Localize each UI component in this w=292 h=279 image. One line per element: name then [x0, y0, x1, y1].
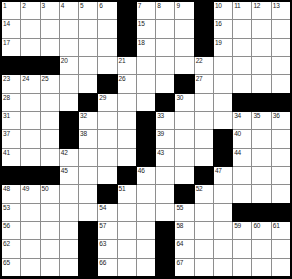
block-square-r10c3 — [41, 167, 59, 184]
clue-number-50: 50 — [42, 185, 49, 193]
entry-cell-r4c15[interactable] — [272, 57, 290, 74]
entry-cell-r7c6[interactable] — [98, 112, 116, 129]
block-square-r6c5 — [79, 94, 97, 111]
block-square-r6c15 — [272, 94, 290, 111]
entry-cell-r13c7[interactable] — [118, 222, 136, 239]
entry-cell-r8c7[interactable] — [118, 130, 136, 147]
clue-number-2: 2 — [22, 2, 25, 10]
entry-cell-r15c2[interactable] — [21, 259, 39, 276]
block-square-r10c1 — [2, 167, 20, 184]
entry-cell-r13c13[interactable]: 59 — [233, 222, 251, 239]
block-square-r3c7 — [118, 39, 136, 56]
block-square-r4c2 — [21, 57, 39, 74]
entry-cell-r5c1[interactable]: 23 — [2, 75, 20, 92]
entry-cell-r8c10[interactable] — [175, 130, 193, 147]
entry-cell-r12c2[interactable] — [21, 204, 39, 221]
entry-cell-r8c14[interactable] — [252, 130, 270, 147]
clue-number-41: 41 — [3, 149, 10, 157]
entry-cell-r11c15[interactable] — [272, 185, 290, 202]
entry-cell-r15c10[interactable]: 67 — [175, 259, 193, 276]
entry-cell-r12c5[interactable] — [79, 204, 97, 221]
block-square-r11c10 — [175, 185, 193, 202]
entry-cell-r2c10[interactable] — [175, 20, 193, 37]
clue-number-55: 55 — [176, 204, 183, 212]
entry-cell-r5c9[interactable] — [156, 75, 174, 92]
entry-cell-r15c7[interactable] — [118, 259, 136, 276]
entry-cell-r13c6[interactable]: 57 — [98, 222, 116, 239]
clue-number-58: 58 — [176, 222, 183, 230]
entry-cell-r9c3[interactable] — [41, 149, 59, 166]
clue-number-21: 21 — [119, 57, 126, 65]
entry-cell-r2c13[interactable] — [233, 20, 251, 37]
entry-cell-r12c3[interactable] — [41, 204, 59, 221]
entry-cell-r13c8[interactable] — [137, 222, 155, 239]
clue-number-49: 49 — [22, 185, 29, 193]
clue-number-47: 47 — [215, 167, 222, 175]
clue-number-6: 6 — [99, 2, 102, 10]
entry-cell-r14c11[interactable] — [195, 240, 213, 257]
clue-number-36: 36 — [273, 112, 280, 120]
entry-cell-r9c10[interactable] — [175, 149, 193, 166]
entry-cell-r3c2[interactable] — [21, 39, 39, 56]
entry-cell-r4c12[interactable] — [214, 57, 232, 74]
block-square-r8c4 — [60, 130, 78, 147]
clue-number-52: 52 — [196, 185, 203, 193]
block-square-r14c5 — [79, 240, 97, 257]
clue-number-61: 61 — [273, 222, 280, 230]
clue-number-28: 28 — [3, 94, 10, 102]
entry-cell-r14c2[interactable] — [21, 240, 39, 257]
entry-cell-r12c7[interactable] — [118, 204, 136, 221]
clue-number-62: 62 — [3, 240, 10, 248]
entry-cell-r1c6[interactable]: 6 — [98, 2, 116, 19]
entry-cell-r4c10[interactable] — [175, 57, 193, 74]
entry-cell-r1c3[interactable]: 3 — [41, 2, 59, 19]
block-square-r8c12 — [214, 130, 232, 147]
entry-cell-r4c6[interactable] — [98, 57, 116, 74]
entry-cell-r3c14[interactable] — [252, 39, 270, 56]
clue-number-54: 54 — [99, 204, 106, 212]
entry-cell-r11c11[interactable]: 52 — [195, 185, 213, 202]
entry-cell-r3c3[interactable] — [41, 39, 59, 56]
entry-cell-r9c7[interactable] — [118, 149, 136, 166]
clue-number-25: 25 — [42, 75, 49, 83]
entry-cell-r3c5[interactable] — [79, 39, 97, 56]
entry-cell-r14c6[interactable]: 63 — [98, 240, 116, 257]
entry-cell-r14c10[interactable]: 64 — [175, 240, 193, 257]
clue-number-17: 17 — [3, 39, 10, 47]
entry-cell-r2c6[interactable] — [98, 20, 116, 37]
entry-cell-r8c5[interactable]: 38 — [79, 130, 97, 147]
entry-cell-r1c1[interactable]: 1 — [2, 2, 20, 19]
entry-cell-r12c4[interactable] — [60, 204, 78, 221]
entry-cell-r5c11[interactable]: 27 — [195, 75, 213, 92]
entry-cell-r13c1[interactable]: 56 — [2, 222, 20, 239]
clue-number-7: 7 — [138, 2, 141, 10]
block-square-r11c6 — [98, 185, 116, 202]
clue-number-8: 8 — [157, 2, 160, 10]
clue-number-63: 63 — [99, 240, 106, 248]
clue-number-30: 30 — [176, 94, 183, 102]
entry-cell-r8c11[interactable] — [195, 130, 213, 147]
entry-cell-r11c14[interactable] — [252, 185, 270, 202]
entry-cell-r7c15[interactable]: 36 — [272, 112, 290, 129]
entry-cell-r1c14[interactable]: 12 — [252, 2, 270, 19]
block-square-r6c14 — [252, 94, 270, 111]
block-square-r5c10 — [175, 75, 193, 92]
clue-number-18: 18 — [138, 39, 145, 47]
entry-cell-r13c12[interactable] — [214, 222, 232, 239]
clue-number-67: 67 — [176, 259, 183, 267]
entry-cell-r9c13[interactable]: 44 — [233, 149, 251, 166]
block-square-r7c8 — [137, 112, 155, 129]
clue-number-66: 66 — [99, 259, 106, 267]
entry-cell-r2c9[interactable] — [156, 20, 174, 37]
entry-cell-r13c14[interactable]: 60 — [252, 222, 270, 239]
clue-number-1: 1 — [3, 2, 6, 10]
entry-cell-r1c4[interactable]: 4 — [60, 2, 78, 19]
entry-cell-r7c11[interactable] — [195, 112, 213, 129]
entry-cell-r2c12[interactable]: 16 — [214, 20, 232, 37]
entry-cell-r12c8[interactable] — [137, 204, 155, 221]
entry-cell-r3c4[interactable] — [60, 39, 78, 56]
clue-number-53: 53 — [3, 204, 10, 212]
entry-cell-r5c4[interactable] — [60, 75, 78, 92]
entry-cell-r6c8[interactable] — [137, 94, 155, 111]
entry-cell-r11c13[interactable] — [233, 185, 251, 202]
entry-cell-r9c5[interactable] — [79, 149, 97, 166]
entry-cell-r9c6[interactable] — [98, 149, 116, 166]
clue-number-9: 9 — [176, 2, 179, 10]
entry-cell-r6c7[interactable] — [118, 94, 136, 111]
entry-cell-r13c11[interactable] — [195, 222, 213, 239]
block-square-r15c5 — [79, 259, 97, 276]
entry-cell-r13c10[interactable]: 58 — [175, 222, 193, 239]
clue-number-35: 35 — [253, 112, 260, 120]
entry-cell-r11c7[interactable]: 51 — [118, 185, 136, 202]
entry-cell-r9c11[interactable] — [195, 149, 213, 166]
block-square-r6c9 — [156, 94, 174, 111]
entry-cell-r3c10[interactable] — [175, 39, 193, 56]
entry-cell-r5c5[interactable] — [79, 75, 97, 92]
entry-cell-r15c1[interactable]: 65 — [2, 259, 20, 276]
entry-cell-r15c12[interactable] — [214, 259, 232, 276]
entry-cell-r9c4[interactable]: 42 — [60, 149, 78, 166]
entry-cell-r15c6[interactable]: 66 — [98, 259, 116, 276]
clue-number-26: 26 — [119, 75, 126, 83]
block-square-r13c5 — [79, 222, 97, 239]
block-square-r9c12 — [214, 149, 232, 166]
clue-number-19: 19 — [215, 39, 222, 47]
entry-cell-r12c10[interactable]: 55 — [175, 204, 193, 221]
clue-number-11: 11 — [234, 2, 240, 10]
entry-cell-r7c12[interactable] — [214, 112, 232, 129]
clue-number-57: 57 — [99, 222, 106, 230]
block-square-r10c11 — [195, 167, 213, 184]
entry-cell-r5c13[interactable] — [233, 75, 251, 92]
block-square-r10c2 — [21, 167, 39, 184]
entry-cell-r7c13[interactable]: 34 — [233, 112, 251, 129]
entry-cell-r13c4[interactable] — [60, 222, 78, 239]
entry-cell-r11c5[interactable] — [79, 185, 97, 202]
clue-number-4: 4 — [61, 2, 64, 10]
entry-cell-r2c15[interactable] — [272, 20, 290, 37]
entry-cell-r14c4[interactable] — [60, 240, 78, 257]
clue-number-56: 56 — [3, 222, 10, 230]
entry-cell-r7c3[interactable] — [41, 112, 59, 129]
clue-number-59: 59 — [234, 222, 241, 230]
entry-cell-r5c7[interactable]: 26 — [118, 75, 136, 92]
clue-number-51: 51 — [119, 185, 126, 193]
entry-cell-r8c15[interactable] — [272, 130, 290, 147]
clue-number-46: 46 — [138, 167, 145, 175]
entry-cell-r15c11[interactable] — [195, 259, 213, 276]
entry-cell-r10c14[interactable] — [252, 167, 270, 184]
entry-cell-r3c1[interactable]: 17 — [2, 39, 20, 56]
entry-cell-r14c12[interactable] — [214, 240, 232, 257]
entry-cell-r4c9[interactable] — [156, 57, 174, 74]
entry-cell-r8c1[interactable]: 37 — [2, 130, 20, 147]
block-square-r1c11 — [195, 2, 213, 19]
entry-cell-r14c14[interactable] — [252, 240, 270, 257]
entry-cell-r14c13[interactable] — [233, 240, 251, 257]
entry-cell-r10c15[interactable] — [272, 167, 290, 184]
entry-cell-r12c1[interactable]: 53 — [2, 204, 20, 221]
block-square-r14c9 — [156, 240, 174, 257]
entry-cell-r3c6[interactable] — [98, 39, 116, 56]
entry-cell-r1c8[interactable]: 7 — [137, 2, 155, 19]
entry-cell-r11c2[interactable]: 49 — [21, 185, 39, 202]
entry-cell-r6c10[interactable]: 30 — [175, 94, 193, 111]
entry-cell-r3c15[interactable] — [272, 39, 290, 56]
entry-cell-r4c5[interactable] — [79, 57, 97, 74]
entry-cell-r3c8[interactable]: 18 — [137, 39, 155, 56]
entry-cell-r15c4[interactable] — [60, 259, 78, 276]
block-square-r15c9 — [156, 259, 174, 276]
entry-cell-r13c3[interactable] — [41, 222, 59, 239]
clue-number-29: 29 — [99, 94, 106, 102]
clue-number-3: 3 — [42, 2, 45, 10]
entry-cell-r10c13[interactable] — [233, 167, 251, 184]
clue-number-38: 38 — [80, 130, 87, 138]
entry-cell-r2c14[interactable] — [252, 20, 270, 37]
clue-number-43: 43 — [157, 149, 164, 157]
block-square-r1c7 — [118, 2, 136, 19]
entry-cell-r2c4[interactable] — [60, 20, 78, 37]
entry-cell-r13c15[interactable]: 61 — [272, 222, 290, 239]
entry-cell-r4c7[interactable]: 21 — [118, 57, 136, 74]
entry-cell-r15c15[interactable] — [272, 259, 290, 276]
entry-cell-r3c13[interactable] — [233, 39, 251, 56]
clue-number-5: 5 — [80, 2, 83, 10]
clue-number-33: 33 — [157, 112, 164, 120]
block-square-r12c13 — [233, 204, 251, 221]
entry-cell-r8c13[interactable]: 40 — [233, 130, 251, 147]
entry-cell-r7c14[interactable]: 35 — [252, 112, 270, 129]
entry-cell-r14c15[interactable] — [272, 240, 290, 257]
entry-cell-r12c6[interactable]: 54 — [98, 204, 116, 221]
clue-number-39: 39 — [157, 130, 164, 138]
entry-cell-r10c6[interactable] — [98, 167, 116, 184]
entry-cell-r5c2[interactable]: 24 — [21, 75, 39, 92]
entry-cell-r5c12[interactable] — [214, 75, 232, 92]
crossword-grid: 1234567891011121314151617181920212223242… — [0, 0, 292, 279]
entry-cell-r12c12[interactable] — [214, 204, 232, 221]
entry-cell-r11c8[interactable] — [137, 185, 155, 202]
entry-cell-r11c3[interactable]: 50 — [41, 185, 59, 202]
entry-cell-r8c9[interactable]: 39 — [156, 130, 174, 147]
entry-cell-r5c8[interactable] — [137, 75, 155, 92]
clue-number-15: 15 — [138, 20, 145, 28]
clue-number-64: 64 — [176, 240, 183, 248]
clue-number-40: 40 — [234, 130, 241, 138]
entry-cell-r10c5[interactable] — [79, 167, 97, 184]
clue-number-65: 65 — [3, 259, 10, 267]
entry-cell-r15c14[interactable] — [252, 259, 270, 276]
entry-cell-r14c7[interactable] — [118, 240, 136, 257]
clue-number-14: 14 — [3, 20, 10, 28]
clue-number-27: 27 — [196, 75, 203, 83]
entry-cell-r5c15[interactable] — [272, 75, 290, 92]
entry-cell-r15c13[interactable] — [233, 259, 251, 276]
entry-cell-r8c3[interactable] — [41, 130, 59, 147]
entry-cell-r9c15[interactable] — [272, 149, 290, 166]
entry-cell-r15c3[interactable] — [41, 259, 59, 276]
entry-cell-r6c2[interactable] — [21, 94, 39, 111]
entry-cell-r12c9[interactable] — [156, 204, 174, 221]
entry-cell-r7c7[interactable] — [118, 112, 136, 129]
entry-cell-r2c8[interactable]: 15 — [137, 20, 155, 37]
block-square-r5c6 — [98, 75, 116, 92]
entry-cell-r2c5[interactable] — [79, 20, 97, 37]
entry-cell-r1c13[interactable]: 11 — [233, 2, 251, 19]
entry-cell-r1c9[interactable]: 8 — [156, 2, 174, 19]
entry-cell-r2c2[interactable] — [21, 20, 39, 37]
entry-cell-r5c14[interactable] — [252, 75, 270, 92]
block-square-r4c3 — [41, 57, 59, 74]
block-square-r12c15 — [272, 204, 290, 221]
entry-cell-r11c4[interactable] — [60, 185, 78, 202]
entry-cell-r7c5[interactable]: 32 — [79, 112, 97, 129]
block-square-r6c13 — [233, 94, 251, 111]
entry-cell-r4c4[interactable]: 20 — [60, 57, 78, 74]
clue-number-13: 13 — [273, 2, 280, 10]
entry-cell-r9c14[interactable] — [252, 149, 270, 166]
entry-cell-r4c13[interactable] — [233, 57, 251, 74]
clue-number-16: 16 — [215, 20, 222, 28]
entry-cell-r9c1[interactable]: 41 — [2, 149, 20, 166]
entry-cell-r7c10[interactable] — [175, 112, 193, 129]
clue-number-23: 23 — [3, 75, 10, 83]
block-square-r10c7 — [118, 167, 136, 184]
block-square-r2c11 — [195, 20, 213, 37]
entry-cell-r9c2[interactable] — [21, 149, 39, 166]
entry-cell-r13c2[interactable] — [21, 222, 39, 239]
block-square-r3c11 — [195, 39, 213, 56]
block-square-r13c9 — [156, 222, 174, 239]
entry-cell-r12c11[interactable] — [195, 204, 213, 221]
clue-number-12: 12 — [253, 2, 260, 10]
entry-cell-r4c14[interactable] — [252, 57, 270, 74]
entry-cell-r9c9[interactable]: 43 — [156, 149, 174, 166]
clue-number-44: 44 — [234, 149, 241, 157]
entry-cell-r6c4[interactable] — [60, 94, 78, 111]
entry-cell-r7c1[interactable]: 31 — [2, 112, 20, 129]
entry-cell-r6c11[interactable] — [195, 94, 213, 111]
entry-cell-r10c9[interactable] — [156, 167, 174, 184]
entry-cell-r10c8[interactable]: 46 — [137, 167, 155, 184]
clue-number-42: 42 — [61, 149, 68, 157]
entry-cell-r8c6[interactable] — [98, 130, 116, 147]
clue-number-34: 34 — [234, 112, 241, 120]
clue-number-10: 10 — [215, 2, 222, 10]
entry-cell-r6c3[interactable] — [41, 94, 59, 111]
entry-cell-r1c15[interactable]: 13 — [272, 2, 290, 19]
entry-cell-r10c10[interactable] — [175, 167, 193, 184]
block-square-r8c8 — [137, 130, 155, 147]
entry-cell-r3c12[interactable]: 19 — [214, 39, 232, 56]
entry-cell-r6c1[interactable]: 28 — [2, 94, 20, 111]
entry-cell-r1c10[interactable]: 9 — [175, 2, 193, 19]
entry-cell-r5c3[interactable]: 25 — [41, 75, 59, 92]
block-square-r7c4 — [60, 112, 78, 129]
block-square-r4c1 — [2, 57, 20, 74]
entry-cell-r14c8[interactable] — [137, 240, 155, 257]
entry-cell-r1c12[interactable]: 10 — [214, 2, 232, 19]
clue-number-20: 20 — [61, 57, 68, 65]
clue-number-32: 32 — [80, 112, 87, 120]
entry-cell-r8c2[interactable] — [21, 130, 39, 147]
entry-cell-r14c1[interactable]: 62 — [2, 240, 20, 257]
block-square-r12c14 — [252, 204, 270, 221]
entry-cell-r1c2[interactable]: 2 — [21, 2, 39, 19]
entry-cell-r15c8[interactable] — [137, 259, 155, 276]
clue-number-24: 24 — [22, 75, 29, 83]
entry-cell-r7c9[interactable]: 33 — [156, 112, 174, 129]
entry-cell-r11c9[interactable] — [156, 185, 174, 202]
entry-cell-r2c1[interactable]: 14 — [2, 20, 20, 37]
entry-cell-r14c3[interactable] — [41, 240, 59, 257]
entry-cell-r3c9[interactable] — [156, 39, 174, 56]
entry-cell-r7c2[interactable] — [21, 112, 39, 129]
clue-number-60: 60 — [253, 222, 260, 230]
clue-number-37: 37 — [3, 130, 10, 138]
clue-number-31: 31 — [3, 112, 10, 120]
entry-cell-r4c11[interactable]: 22 — [195, 57, 213, 74]
entry-cell-r6c12[interactable] — [214, 94, 232, 111]
entry-cell-r11c12[interactable] — [214, 185, 232, 202]
entry-cell-r10c12[interactable]: 47 — [214, 167, 232, 184]
entry-cell-r1c5[interactable]: 5 — [79, 2, 97, 19]
entry-cell-r6c6[interactable]: 29 — [98, 94, 116, 111]
entry-cell-r4c8[interactable] — [137, 57, 155, 74]
block-square-r2c7 — [118, 20, 136, 37]
block-square-r9c8 — [137, 149, 155, 166]
entry-cell-r10c4[interactable]: 45 — [60, 167, 78, 184]
clue-number-22: 22 — [196, 57, 203, 65]
clue-number-48: 48 — [3, 185, 10, 193]
clue-number-45: 45 — [61, 167, 68, 175]
entry-cell-r11c1[interactable]: 48 — [2, 185, 20, 202]
entry-cell-r2c3[interactable] — [41, 20, 59, 37]
